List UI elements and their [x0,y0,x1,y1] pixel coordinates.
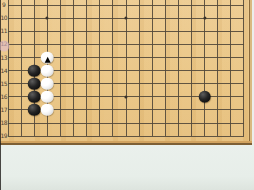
white-stone [41,64,54,77]
grid-line-vertical [178,0,179,136]
grid-line-vertical [99,0,100,136]
row-label: 10 [0,15,8,21]
white-stone [41,51,54,64]
black-stone [198,90,211,103]
grid-line-vertical [112,0,113,136]
black-stone [28,104,41,117]
row-label: 11 [0,28,8,34]
grid-line-horizontal [8,44,245,45]
row-label: 18 [0,120,8,126]
row-label: 9 [0,2,8,8]
white-stone [41,104,54,117]
grid-line-vertical [152,0,153,136]
grid-line-vertical [86,0,87,136]
grid-line-vertical [165,0,166,136]
white-stone [41,90,54,103]
grid-line-vertical [73,0,74,136]
grid-line-vertical [139,0,140,136]
grid-line-vertical [191,0,192,136]
grid-line-vertical [60,0,61,136]
grid-line-vertical [230,0,231,136]
grid-line-vertical [204,0,205,136]
row-label: 15 [0,81,8,87]
grid-line-vertical [8,0,9,136]
last-move-triangle-marker [45,56,51,62]
grid-line-horizontal [8,31,245,32]
row-label: 13 [0,55,8,61]
grid-line-vertical [21,0,22,136]
row-label: 17 [0,107,8,113]
grid-line-vertical [243,0,244,136]
footer-strip [0,145,254,190]
board-right-edge [249,0,252,145]
grid-line-horizontal [8,136,245,137]
row-label: 19 [0,133,8,139]
black-stone [28,90,41,103]
grid-line-horizontal [8,5,245,6]
row-label: 14 [0,68,8,74]
black-stone [28,77,41,90]
grid-line-horizontal [8,123,245,124]
row-label: 16 [0,94,8,100]
grid-line-vertical [126,0,127,136]
white-stone [41,77,54,90]
grid-line-vertical [217,0,218,136]
go-app-screen: 910111213141516171819 [0,0,254,190]
black-stone [28,64,41,77]
